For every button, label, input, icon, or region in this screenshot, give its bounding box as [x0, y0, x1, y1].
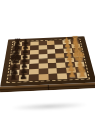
square	[47, 53, 56, 58]
product-photo: ♜♟♟♜♞♟♟♞♝♟♟♝♛♟♟♛♚♟♟♚♝♟♟♝♞♟♟♞♜♟♟♜	[0, 0, 95, 126]
square	[48, 74, 58, 80]
square	[38, 74, 48, 80]
board-frame: ♜♟♟♜♞♟♟♞♝♟♟♝♛♟♟♛♚♟♟♚♝♟♟♝♞♟♟♞♜♟♟♜	[0, 36, 95, 86]
board-inlay-border: ♜♟♟♜♞♟♟♞♝♟♟♝♛♟♟♛♚♟♟♚♝♟♟♝♞♟♟♞♜♟♟♜	[6, 39, 90, 83]
white-rook: ♜	[74, 68, 91, 79]
board-perspective: ♜♟♟♜♞♟♟♞♝♟♟♝♛♟♟♛♚♟♟♚♝♟♟♝♞♟♟♞♜♟♟♜	[2, 14, 93, 105]
board-tilt: ♜♟♟♜♞♟♟♞♝♟♟♝♛♟♟♛♚♟♟♚♝♟♟♝♞♟♟♞♜♟♟♜	[0, 36, 95, 86]
folding-box-side	[0, 82, 95, 92]
black-rook: ♜	[5, 71, 22, 82]
chess-board: ♜♟♟♜♞♟♟♞♝♟♟♝♛♟♟♛♚♟♟♚♝♟♟♝♞♟♟♞♜♟♟♜	[9, 40, 88, 82]
square: ♜	[9, 75, 19, 81]
chess-set: ♜♟♟♜♞♟♟♞♝♟♟♝♛♟♟♛♚♟♟♚♝♟♟♝♞♟♟♞♜♟♟♜	[2, 14, 93, 118]
square: ♜	[77, 72, 88, 78]
